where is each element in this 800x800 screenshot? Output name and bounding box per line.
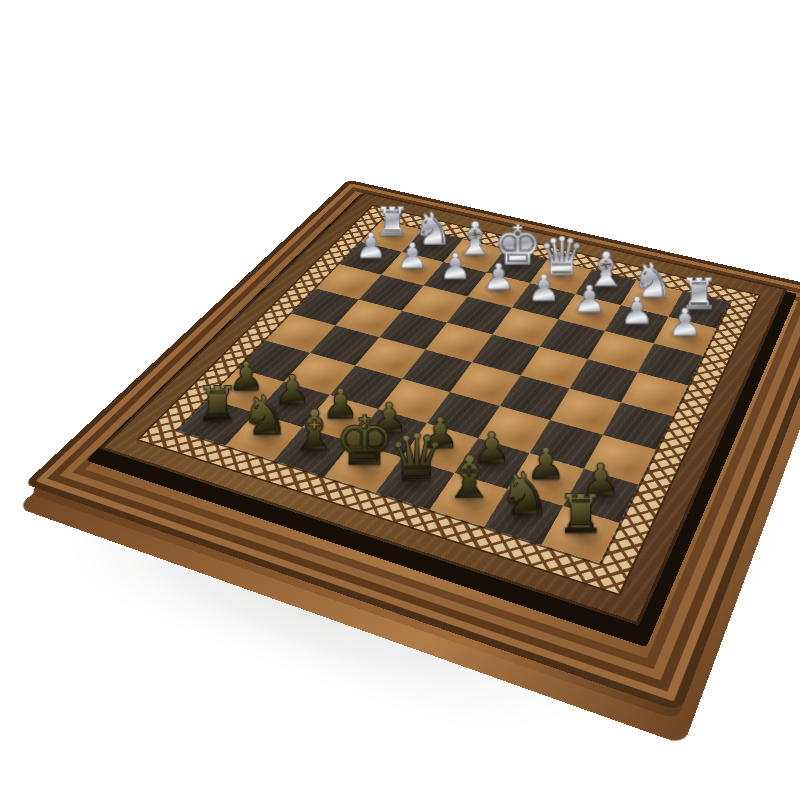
product-photo-scene: ♜♞♝♚♛♝♞♜♟♟♟♟♟♟♟♟♟♟♟♟♟♟♟♟♜♞♝♚♛♝♞♜ <box>0 0 800 800</box>
knight-icon: ♞ <box>498 465 550 524</box>
king-icon: ♚ <box>335 407 395 474</box>
rook-icon: ♜ <box>557 487 605 541</box>
bishop-icon: ♝ <box>289 403 338 458</box>
pawn-icon: ♟ <box>439 249 470 284</box>
pawn-icon: ♟ <box>620 292 653 329</box>
pawn-icon: ♟ <box>397 239 428 274</box>
pawn-icon: ♟ <box>573 281 606 317</box>
pawn-icon: ♟ <box>355 229 386 263</box>
pawn-icon: ♟ <box>483 259 515 294</box>
pawn-icon: ♟ <box>527 270 559 306</box>
chess-set-assembly: ♜♞♝♚♛♝♞♜♟♟♟♟♟♟♟♟♟♟♟♟♟♟♟♟♜♞♝♚♛♝♞♜ <box>24 180 800 712</box>
knight-icon: ♞ <box>241 389 290 443</box>
bishop-icon: ♝ <box>443 449 495 507</box>
pawn-icon: ♟ <box>668 304 701 341</box>
rook-icon: ♜ <box>195 380 238 428</box>
queen-icon: ♛ <box>387 426 445 491</box>
